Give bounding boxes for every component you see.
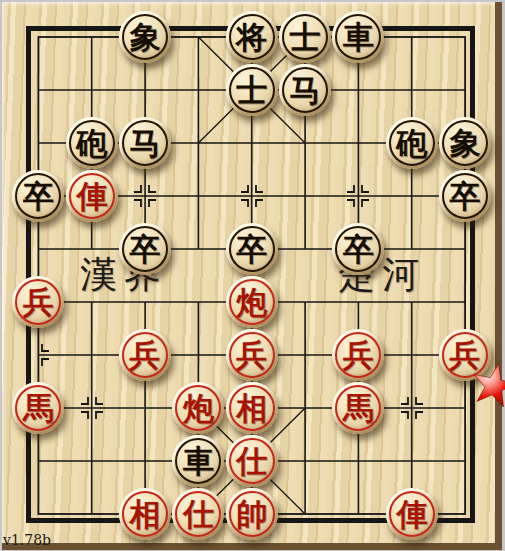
piece-glyph: 砲 <box>396 128 427 159</box>
piece-glyph: 兵 <box>23 287 54 318</box>
piece-glyph: 馬 <box>23 393 54 424</box>
piece-glyph: 马 <box>290 75 321 106</box>
piece-black-elephant[interactable]: 象 <box>119 11 171 63</box>
piece-glyph: 相 <box>236 393 267 424</box>
piece-glyph: 仕 <box>183 499 214 530</box>
piece-black-soldier[interactable]: 卒 <box>226 223 278 275</box>
piece-black-soldier[interactable]: 卒 <box>12 170 64 222</box>
piece-red-soldier[interactable]: 兵 <box>332 329 384 381</box>
piece-red-horse[interactable]: 馬 <box>332 382 384 434</box>
piece-red-cannon[interactable]: 炮 <box>172 382 224 434</box>
piece-black-horse[interactable]: 马 <box>279 64 331 116</box>
piece-glyph: 卒 <box>450 181 481 212</box>
piece-glyph: 俥 <box>396 499 427 530</box>
piece-glyph: 卒 <box>343 234 374 265</box>
piece-glyph: 炮 <box>236 287 267 318</box>
piece-glyph: 俥 <box>76 181 107 212</box>
piece-black-advisor[interactable]: 士 <box>279 11 331 63</box>
piece-glyph: 帥 <box>236 499 267 530</box>
xiangqi-app-window: 漢界 楚河 象将士車士马砲马砲象卒俥卒卒卒卒兵炮兵兵兵兵馬炮相馬車仕相仕帥俥 v… <box>0 0 505 551</box>
piece-red-general[interactable]: 帥 <box>226 488 278 540</box>
piece-glyph: 相 <box>130 499 161 530</box>
piece-glyph: 車 <box>183 446 214 477</box>
piece-red-horse[interactable]: 馬 <box>12 382 64 434</box>
piece-glyph: 兵 <box>343 340 374 371</box>
piece-black-soldier[interactable]: 卒 <box>332 223 384 275</box>
piece-red-chariot[interactable]: 俥 <box>66 170 118 222</box>
piece-red-elephant[interactable]: 相 <box>119 488 171 540</box>
piece-black-elephant[interactable]: 象 <box>439 117 491 169</box>
piece-black-soldier[interactable]: 卒 <box>119 223 171 275</box>
piece-black-cannon[interactable]: 砲 <box>66 117 118 169</box>
piece-glyph: 士 <box>236 75 267 106</box>
piece-black-horse[interactable]: 马 <box>119 117 171 169</box>
piece-black-chariot[interactable]: 車 <box>172 435 224 487</box>
piece-glyph: 士 <box>290 22 321 53</box>
piece-glyph: 炮 <box>183 393 214 424</box>
piece-glyph: 馬 <box>343 393 374 424</box>
piece-glyph: 車 <box>343 22 374 53</box>
piece-black-general[interactable]: 将 <box>226 11 278 63</box>
version-label: v1.78b <box>3 532 51 548</box>
cursor-star-icon <box>472 360 505 412</box>
piece-black-chariot[interactable]: 車 <box>332 11 384 63</box>
piece-black-cannon[interactable]: 砲 <box>386 117 438 169</box>
piece-glyph: 马 <box>130 128 161 159</box>
piece-glyph: 象 <box>450 128 481 159</box>
piece-red-advisor[interactable]: 仕 <box>226 435 278 487</box>
piece-red-soldier[interactable]: 兵 <box>12 276 64 328</box>
piece-red-advisor[interactable]: 仕 <box>172 488 224 540</box>
piece-glyph: 将 <box>236 22 267 53</box>
piece-glyph: 卒 <box>236 234 267 265</box>
piece-red-soldier[interactable]: 兵 <box>119 329 171 381</box>
piece-black-advisor[interactable]: 士 <box>226 64 278 116</box>
piece-red-chariot[interactable]: 俥 <box>386 488 438 540</box>
piece-glyph: 砲 <box>76 128 107 159</box>
piece-black-soldier[interactable]: 卒 <box>439 170 491 222</box>
piece-glyph: 象 <box>130 22 161 53</box>
piece-glyph: 仕 <box>236 446 267 477</box>
piece-glyph: 兵 <box>236 340 267 371</box>
piece-red-soldier[interactable]: 兵 <box>226 329 278 381</box>
piece-red-elephant[interactable]: 相 <box>226 382 278 434</box>
piece-red-cannon[interactable]: 炮 <box>226 276 278 328</box>
piece-glyph: 卒 <box>130 234 161 265</box>
piece-glyph: 卒 <box>23 181 54 212</box>
piece-glyph: 兵 <box>130 340 161 371</box>
